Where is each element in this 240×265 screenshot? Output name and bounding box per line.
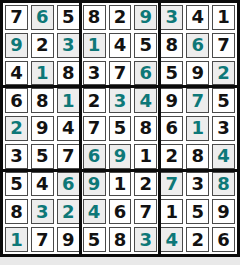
- cell-r4c8[interactable]: 7: [186, 88, 209, 113]
- cell-r8c9[interactable]: 9: [212, 199, 235, 224]
- cell-r2c7[interactable]: 8: [160, 33, 183, 58]
- cell-r4c2[interactable]: 8: [31, 88, 54, 113]
- cell-r9c5[interactable]: 8: [109, 227, 132, 252]
- cell-r5c7[interactable]: 6: [160, 116, 183, 141]
- cell-r1c8[interactable]: 4: [186, 5, 209, 30]
- cell-r8c6[interactable]: 7: [134, 199, 157, 224]
- cell-r9c3[interactable]: 9: [57, 227, 80, 252]
- cell-r8c3[interactable]: 2: [57, 199, 80, 224]
- box-separator-horizontal-2: [3, 169, 237, 172]
- cell-r7c4[interactable]: 9: [83, 172, 106, 197]
- cell-r8c5[interactable]: 6: [109, 199, 132, 224]
- cell-r6c2[interactable]: 5: [31, 144, 54, 169]
- cell-r3c7[interactable]: 5: [160, 61, 183, 86]
- cell-r1c6[interactable]: 9: [134, 5, 157, 30]
- cell-r5c4[interactable]: 7: [83, 116, 106, 141]
- cell-r1c9[interactable]: 1: [212, 5, 235, 30]
- cell-r3c9[interactable]: 2: [212, 61, 235, 86]
- cell-r3c3[interactable]: 8: [57, 61, 80, 86]
- cell-r6c3[interactable]: 7: [57, 144, 80, 169]
- cell-r2c6[interactable]: 5: [134, 33, 157, 58]
- cell-r1c4[interactable]: 8: [83, 5, 106, 30]
- box-separator-vertical-2: [158, 3, 161, 254]
- cell-r8c2[interactable]: 3: [31, 199, 54, 224]
- cell-r4c7[interactable]: 9: [160, 88, 183, 113]
- cell-r4c4[interactable]: 2: [83, 88, 106, 113]
- cell-r1c1[interactable]: 7: [5, 5, 28, 30]
- cell-r7c9[interactable]: 8: [212, 172, 235, 197]
- cell-r7c1[interactable]: 5: [5, 172, 28, 197]
- cell-r3c1[interactable]: 4: [5, 61, 28, 86]
- cell-r5c1[interactable]: 2: [5, 116, 28, 141]
- cell-r9c6[interactable]: 3: [134, 227, 157, 252]
- cell-r2c1[interactable]: 9: [5, 33, 28, 58]
- cell-r2c5[interactable]: 4: [109, 33, 132, 58]
- box-separator-vertical-1: [79, 3, 82, 254]
- cell-r4c6[interactable]: 4: [134, 88, 157, 113]
- cell-r2c4[interactable]: 1: [83, 33, 106, 58]
- cell-r4c9[interactable]: 5: [212, 88, 235, 113]
- cell-r6c7[interactable]: 2: [160, 144, 183, 169]
- cell-r9c4[interactable]: 5: [83, 227, 106, 252]
- cell-r5c2[interactable]: 9: [31, 116, 54, 141]
- cell-r4c3[interactable]: 1: [57, 88, 80, 113]
- cell-r2c9[interactable]: 7: [212, 33, 235, 58]
- cell-r8c1[interactable]: 8: [5, 199, 28, 224]
- cell-r3c6[interactable]: 6: [134, 61, 157, 86]
- cell-r6c5[interactable]: 9: [109, 144, 132, 169]
- cell-r6c1[interactable]: 3: [5, 144, 28, 169]
- cell-r8c7[interactable]: 1: [160, 199, 183, 224]
- cell-r7c2[interactable]: 4: [31, 172, 54, 197]
- cell-r8c4[interactable]: 4: [83, 199, 106, 224]
- cell-r6c4[interactable]: 6: [83, 144, 106, 169]
- cell-r4c5[interactable]: 3: [109, 88, 132, 113]
- cell-r9c8[interactable]: 2: [186, 227, 209, 252]
- cell-r5c8[interactable]: 1: [186, 116, 209, 141]
- box-separator-horizontal-1: [3, 85, 237, 88]
- cell-r9c2[interactable]: 7: [31, 227, 54, 252]
- cell-r9c9[interactable]: 6: [212, 227, 235, 252]
- cell-r1c7[interactable]: 3: [160, 5, 183, 30]
- cell-r7c8[interactable]: 3: [186, 172, 209, 197]
- cell-r9c1[interactable]: 1: [5, 227, 28, 252]
- cell-r6c6[interactable]: 1: [134, 144, 157, 169]
- cell-r7c5[interactable]: 1: [109, 172, 132, 197]
- cell-r7c6[interactable]: 2: [134, 172, 157, 197]
- sudoku-board: 7658293419231458674183765926812349752947…: [0, 0, 240, 257]
- cell-r3c5[interactable]: 7: [109, 61, 132, 86]
- cell-r2c2[interactable]: 2: [31, 33, 54, 58]
- cell-r3c8[interactable]: 9: [186, 61, 209, 86]
- cell-r9c7[interactable]: 4: [160, 227, 183, 252]
- cell-r4c1[interactable]: 6: [5, 88, 28, 113]
- cell-r5c6[interactable]: 8: [134, 116, 157, 141]
- cell-r1c2[interactable]: 6: [31, 5, 54, 30]
- cell-r7c7[interactable]: 7: [160, 172, 183, 197]
- cell-r6c8[interactable]: 8: [186, 144, 209, 169]
- sudoku-grid: 7658293419231458674183765926812349752947…: [5, 5, 235, 252]
- cell-r2c3[interactable]: 3: [57, 33, 80, 58]
- cell-r5c9[interactable]: 3: [212, 116, 235, 141]
- cell-r1c5[interactable]: 2: [109, 5, 132, 30]
- cell-r5c5[interactable]: 5: [109, 116, 132, 141]
- cell-r6c9[interactable]: 4: [212, 144, 235, 169]
- cell-r3c4[interactable]: 3: [83, 61, 106, 86]
- cell-r8c8[interactable]: 5: [186, 199, 209, 224]
- cell-r1c3[interactable]: 5: [57, 5, 80, 30]
- cell-r5c3[interactable]: 4: [57, 116, 80, 141]
- cell-r2c8[interactable]: 6: [186, 33, 209, 58]
- cell-r7c3[interactable]: 6: [57, 172, 80, 197]
- cell-r3c2[interactable]: 1: [31, 61, 54, 86]
